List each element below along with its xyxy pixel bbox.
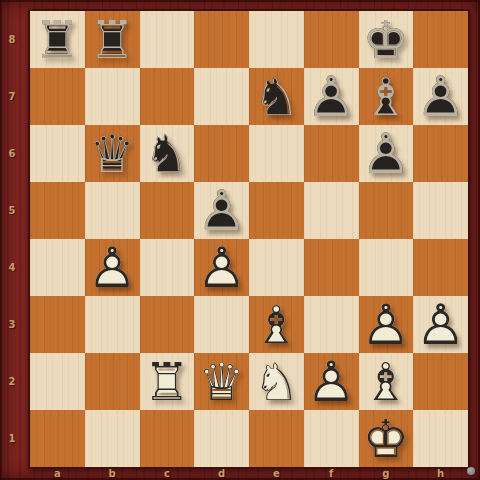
square-f1[interactable] [304, 410, 359, 467]
square-e3[interactable]: ♝♗ [249, 296, 304, 353]
square-g1[interactable]: ♚♔ [359, 410, 414, 467]
square-g6[interactable]: ♟♙ [359, 125, 414, 182]
square-a3[interactable] [30, 296, 85, 353]
rank-label-4: 4 [0, 239, 24, 296]
pawn-glyph-outline: ♙ [359, 296, 414, 353]
file-label-c: c [140, 467, 195, 480]
square-g7[interactable]: ♝♗ [359, 68, 414, 125]
piece-black-bishop[interactable]: ♝♗ [359, 68, 414, 125]
piece-white-pawn[interactable]: ♟♙ [413, 296, 468, 353]
square-a6[interactable] [30, 125, 85, 182]
square-c4[interactable] [140, 239, 195, 296]
bishop-glyph-outline: ♗ [359, 353, 414, 410]
square-d2[interactable]: ♛♕ [194, 353, 249, 410]
rank-label-3: 3 [0, 296, 24, 353]
move-indicator-dot [467, 467, 475, 475]
knight-glyph-outline: ♘ [140, 125, 195, 182]
rook-glyph-outline: ♖ [140, 353, 195, 410]
square-c8[interactable] [140, 11, 195, 68]
square-f6[interactable] [304, 125, 359, 182]
square-b2[interactable] [85, 353, 140, 410]
square-d4[interactable]: ♟♙ [194, 239, 249, 296]
square-h7[interactable]: ♟♙ [413, 68, 468, 125]
square-h5[interactable] [413, 182, 468, 239]
queen-glyph-outline: ♕ [85, 125, 140, 182]
file-label-b: b [85, 467, 140, 480]
square-g3[interactable]: ♟♙ [359, 296, 414, 353]
pawn-glyph-outline: ♙ [413, 296, 468, 353]
pawn-glyph-outline: ♙ [304, 68, 359, 125]
square-d7[interactable] [194, 68, 249, 125]
square-a7[interactable] [30, 68, 85, 125]
square-d5[interactable]: ♟♙ [194, 182, 249, 239]
square-e6[interactable] [249, 125, 304, 182]
square-d3[interactable] [194, 296, 249, 353]
square-b5[interactable] [85, 182, 140, 239]
square-e2[interactable]: ♞♘ [249, 353, 304, 410]
piece-white-bishop[interactable]: ♝♗ [249, 296, 304, 353]
square-g5[interactable] [359, 182, 414, 239]
piece-white-knight[interactable]: ♞♘ [249, 353, 304, 410]
pawn-glyph-outline: ♙ [194, 182, 249, 239]
king-glyph-outline: ♔ [359, 410, 414, 467]
square-g8[interactable]: ♚♔ [359, 11, 414, 68]
square-d8[interactable] [194, 11, 249, 68]
square-h1[interactable] [413, 410, 468, 467]
king-glyph-outline: ♔ [359, 11, 414, 68]
square-c1[interactable] [140, 410, 195, 467]
file-label-f: f [304, 467, 359, 480]
bishop-glyph-outline: ♗ [359, 68, 414, 125]
pawn-glyph-outline: ♙ [359, 125, 414, 182]
rook-glyph-outline: ♖ [30, 11, 85, 68]
square-f2[interactable]: ♟♙ [304, 353, 359, 410]
rank-label-2: 2 [0, 353, 24, 410]
square-b1[interactable] [85, 410, 140, 467]
knight-glyph-outline: ♘ [249, 68, 304, 125]
piece-white-pawn[interactable]: ♟♙ [359, 296, 414, 353]
square-e5[interactable] [249, 182, 304, 239]
square-f3[interactable] [304, 296, 359, 353]
board-wrapper: ♜♖♜♖♚♔♞♘♟♙♝♗♟♙♛♕♞♘♟♙♟♙♟♙♟♙♝♗♟♙♟♙♜♖♛♕♞♘♟♙… [28, 9, 470, 469]
file-label-g: g [359, 467, 414, 480]
piece-black-pawn[interactable]: ♟♙ [413, 68, 468, 125]
square-h4[interactable] [413, 239, 468, 296]
file-label-h: h [413, 467, 468, 480]
square-b4[interactable]: ♟♙ [85, 239, 140, 296]
piece-white-rook[interactable]: ♜♖ [140, 353, 195, 410]
piece-white-pawn[interactable]: ♟♙ [85, 239, 140, 296]
square-b7[interactable] [85, 68, 140, 125]
square-g2[interactable]: ♝♗ [359, 353, 414, 410]
square-a4[interactable] [30, 239, 85, 296]
piece-black-rook[interactable]: ♜♖ [30, 11, 85, 68]
rank-label-5: 5 [0, 182, 24, 239]
rook-glyph-outline: ♖ [85, 11, 140, 68]
piece-black-king[interactable]: ♚♔ [359, 11, 414, 68]
piece-black-pawn[interactable]: ♟♙ [359, 125, 414, 182]
square-e1[interactable] [249, 410, 304, 467]
rank-label-6: 6 [0, 125, 24, 182]
piece-white-bishop[interactable]: ♝♗ [359, 353, 414, 410]
bishop-glyph-outline: ♗ [249, 296, 304, 353]
file-label-d: d [194, 467, 249, 480]
square-e4[interactable] [249, 239, 304, 296]
file-label-a: a [30, 467, 85, 480]
queen-glyph-outline: ♕ [194, 353, 249, 410]
square-c5[interactable] [140, 182, 195, 239]
piece-black-queen[interactable]: ♛♕ [85, 125, 140, 182]
piece-black-pawn[interactable]: ♟♙ [304, 68, 359, 125]
piece-black-pawn[interactable]: ♟♙ [194, 182, 249, 239]
square-h2[interactable] [413, 353, 468, 410]
square-h8[interactable] [413, 11, 468, 68]
square-a1[interactable] [30, 410, 85, 467]
piece-white-pawn[interactable]: ♟♙ [194, 239, 249, 296]
square-a8[interactable]: ♜♖ [30, 11, 85, 68]
square-f5[interactable] [304, 182, 359, 239]
piece-black-knight[interactable]: ♞♘ [140, 125, 195, 182]
pawn-glyph-outline: ♙ [304, 353, 359, 410]
knight-glyph-outline: ♘ [249, 353, 304, 410]
square-d6[interactable] [194, 125, 249, 182]
file-label-e: e [249, 467, 304, 480]
square-f7[interactable]: ♟♙ [304, 68, 359, 125]
square-h6[interactable] [413, 125, 468, 182]
square-a2[interactable] [30, 353, 85, 410]
square-f4[interactable] [304, 239, 359, 296]
piece-white-king[interactable]: ♚♔ [359, 410, 414, 467]
piece-white-queen[interactable]: ♛♕ [194, 353, 249, 410]
piece-white-pawn[interactable]: ♟♙ [304, 353, 359, 410]
square-d1[interactable] [194, 410, 249, 467]
rank-label-8: 8 [0, 11, 24, 68]
rank-label-1: 1 [0, 410, 24, 467]
square-c2[interactable]: ♜♖ [140, 353, 195, 410]
board: ♜♖♜♖♚♔♞♘♟♙♝♗♟♙♛♕♞♘♟♙♟♙♟♙♟♙♝♗♟♙♟♙♜♖♛♕♞♘♟♙… [30, 11, 468, 467]
square-e7[interactable]: ♞♘ [249, 68, 304, 125]
square-h3[interactable]: ♟♙ [413, 296, 468, 353]
piece-black-rook[interactable]: ♜♖ [85, 11, 140, 68]
piece-black-knight[interactable]: ♞♘ [249, 68, 304, 125]
pawn-glyph-outline: ♙ [85, 239, 140, 296]
square-f8[interactable] [304, 11, 359, 68]
square-b6[interactable]: ♛♕ [85, 125, 140, 182]
square-c6[interactable]: ♞♘ [140, 125, 195, 182]
square-c7[interactable] [140, 68, 195, 125]
square-e8[interactable] [249, 11, 304, 68]
pawn-glyph-outline: ♙ [194, 239, 249, 296]
pawn-glyph-outline: ♙ [413, 68, 468, 125]
square-c3[interactable] [140, 296, 195, 353]
square-g4[interactable] [359, 239, 414, 296]
square-a5[interactable] [30, 182, 85, 239]
square-b3[interactable] [85, 296, 140, 353]
rank-label-7: 7 [0, 68, 24, 125]
square-b8[interactable]: ♜♖ [85, 11, 140, 68]
